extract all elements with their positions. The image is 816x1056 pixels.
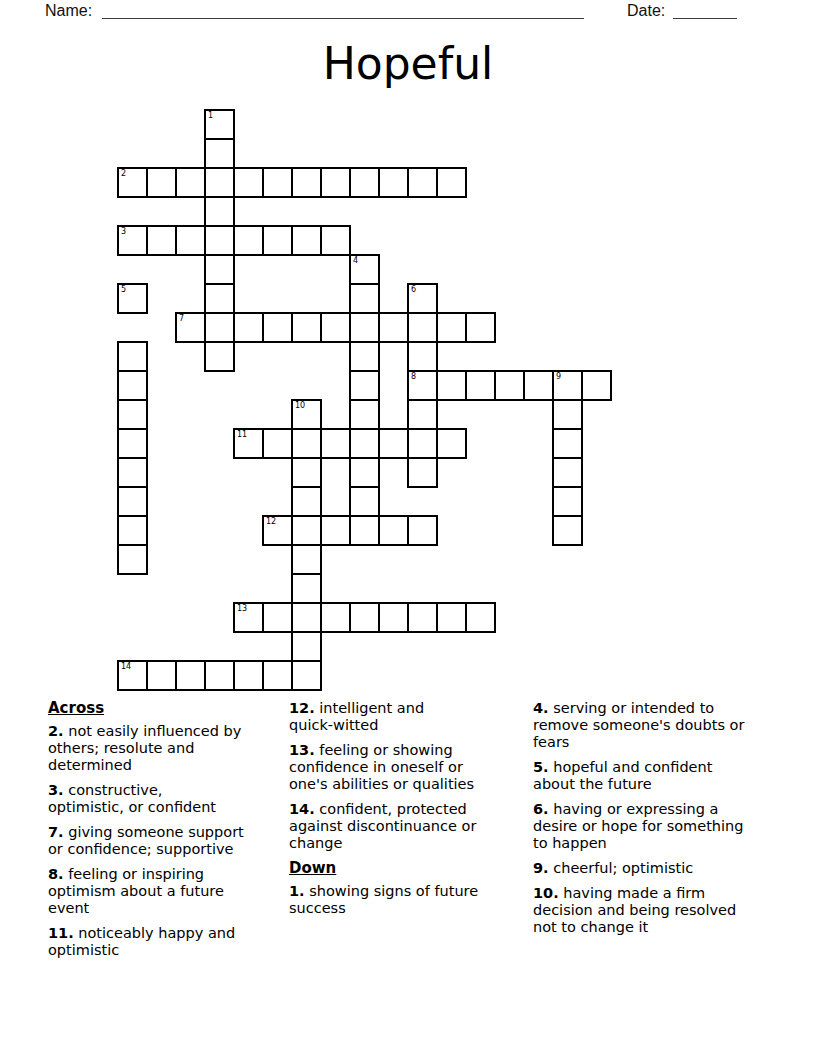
grid-cell-r2c0[interactable]: 2: [117, 167, 148, 198]
grid-cell-r17c5[interactable]: [262, 602, 293, 633]
grid-cell-r7c4[interactable]: [233, 312, 264, 343]
clue-text: having or expressing a desire or hope fo…: [533, 801, 743, 851]
grid-cell-r10c8[interactable]: [349, 399, 380, 430]
grid-cell-r2c8[interactable]: [349, 167, 380, 198]
clue-text: showing signs of future success: [289, 883, 478, 916]
grid-cell-r5c3[interactable]: [204, 254, 235, 285]
clue-text: feeling or inspiring optimism about a fu…: [48, 866, 224, 916]
clue-2: 2. not easily influenced by others; reso…: [48, 723, 286, 774]
clue-number-label: 3.: [48, 782, 64, 798]
clue-number-label: 8.: [48, 866, 64, 882]
grid-cell-r19c4[interactable]: [233, 660, 264, 691]
grid-cell-r8c0[interactable]: [117, 341, 148, 372]
grid-cell-r4c4[interactable]: [233, 225, 264, 256]
grid-cell-r17c6[interactable]: [291, 602, 322, 633]
clue-text: not easily influenced by others; resolut…: [48, 723, 241, 773]
grid-cell-r10c0[interactable]: [117, 399, 148, 430]
grid-cell-r6c8[interactable]: [349, 283, 380, 314]
clue-column-3: 4. serving or intended to remove someone…: [533, 700, 805, 944]
grid-cell-r9c11[interactable]: [436, 370, 467, 401]
grid-cell-r11c5[interactable]: [262, 428, 293, 459]
clue-number-label: 12.: [289, 700, 315, 716]
grid-cell-r7c2[interactable]: 7: [175, 312, 206, 343]
grid-cell-r17c12[interactable]: [465, 602, 496, 633]
clue-text: hopeful and confident about the future: [533, 759, 712, 792]
date-label: Date:: [627, 2, 665, 20]
clue-number-label: 13.: [289, 742, 315, 758]
grid-cell-r2c7[interactable]: [320, 167, 351, 198]
clue-3: 3. constructive, optimistic, or confiden…: [48, 782, 286, 816]
grid-cell-r11c6[interactable]: [291, 428, 322, 459]
grid-cell-r14c0[interactable]: [117, 515, 148, 546]
grid-clue-number-8: 8: [411, 372, 416, 382]
grid-cell-r4c3[interactable]: [204, 225, 235, 256]
grid-cell-r11c4[interactable]: 11: [233, 428, 264, 459]
clue-number-label: 9.: [533, 860, 549, 876]
grid-cell-r13c6[interactable]: [291, 486, 322, 517]
grid-cell-r19c5[interactable]: [262, 660, 293, 691]
grid-cell-r4c2[interactable]: [175, 225, 206, 256]
grid-cell-r4c0[interactable]: 3: [117, 225, 148, 256]
grid-clue-number-11: 11: [237, 430, 247, 440]
clue-7: 7. giving someone support or confidence;…: [48, 824, 286, 858]
grid-cell-r14c6[interactable]: [291, 515, 322, 546]
grid-cell-r19c0[interactable]: 14: [117, 660, 148, 691]
crossword-grid: 1234567891011121314: [117, 109, 612, 691]
clue-4: 4. serving or intended to remove someone…: [533, 700, 805, 751]
name-label: Name:: [45, 2, 92, 20]
grid-clue-number-14: 14: [121, 662, 131, 672]
grid-clue-number-3: 3: [121, 227, 126, 237]
grid-cell-r4c5[interactable]: [262, 225, 293, 256]
grid-cell-r9c13[interactable]: [494, 370, 525, 401]
grid-cell-r2c6[interactable]: [291, 167, 322, 198]
grid-cell-r9c0[interactable]: [117, 370, 148, 401]
grid-cell-r7c11[interactable]: [436, 312, 467, 343]
grid-clue-number-4: 4: [353, 256, 358, 266]
grid-cell-r10c10[interactable]: [407, 399, 438, 430]
grid-cell-r9c8[interactable]: [349, 370, 380, 401]
clue-number-label: 7.: [48, 824, 64, 840]
grid-cell-r2c1[interactable]: [146, 167, 177, 198]
grid-clue-number-6: 6: [411, 285, 416, 295]
grid-cell-r9c10[interactable]: 8: [407, 370, 438, 401]
clue-text: cheerful; optimistic: [553, 860, 693, 876]
grid-cell-r7c5[interactable]: [262, 312, 293, 343]
grid-cell-r11c7[interactable]: [320, 428, 351, 459]
grid-cell-r9c15[interactable]: 9: [552, 370, 583, 401]
clue-number-label: 5.: [533, 759, 549, 775]
grid-cell-r19c3[interactable]: [204, 660, 235, 691]
grid-cell-r12c10[interactable]: [407, 457, 438, 488]
grid-cell-r13c15[interactable]: [552, 486, 583, 517]
grid-cell-r4c6[interactable]: [291, 225, 322, 256]
grid-cell-r2c4[interactable]: [233, 167, 264, 198]
grid-clue-number-7: 7: [179, 314, 184, 324]
grid-cell-r12c8[interactable]: [349, 457, 380, 488]
clue-12: 12. intelligent and quick-witted: [289, 700, 529, 734]
grid-cell-r17c7[interactable]: [320, 602, 351, 633]
grid-cell-r10c15[interactable]: [552, 399, 583, 430]
grid-clue-number-2: 2: [121, 169, 126, 179]
grid-cell-r8c10[interactable]: [407, 341, 438, 372]
grid-clue-number-9: 9: [556, 372, 561, 382]
clue-6: 6. having or expressing a desire or hope…: [533, 801, 805, 852]
grid-cell-r17c8[interactable]: [349, 602, 380, 633]
grid-cell-r1c3[interactable]: [204, 138, 235, 169]
puzzle-title: Hopeful: [0, 38, 816, 89]
grid-cell-r16c6[interactable]: [291, 573, 322, 604]
grid-cell-r11c0[interactable]: [117, 428, 148, 459]
grid-cell-r7c9[interactable]: [378, 312, 409, 343]
grid-cell-r19c6[interactable]: [291, 660, 322, 691]
clue-number-label: 2.: [48, 723, 64, 739]
grid-cell-r12c15[interactable]: [552, 457, 583, 488]
grid-clue-number-5: 5: [121, 285, 126, 295]
clue-column-2: 12. intelligent and quick-witted13. feel…: [289, 700, 529, 925]
clue-5: 5. hopeful and confident about the futur…: [533, 759, 805, 793]
grid-cell-r13c8[interactable]: [349, 486, 380, 517]
grid-cell-r7c3[interactable]: [204, 312, 235, 343]
grid-cell-r5c8[interactable]: 4: [349, 254, 380, 285]
clue-number-label: 10.: [533, 885, 559, 901]
grid-cell-r7c12[interactable]: [465, 312, 496, 343]
grid-cell-r19c2[interactable]: [175, 660, 206, 691]
grid-cell-r2c3[interactable]: [204, 167, 235, 198]
clue-text: having made a firm decision and being re…: [533, 885, 736, 935]
clue-13: 13. feeling or showing confidence in one…: [289, 742, 529, 793]
grid-clue-number-13: 13: [237, 604, 247, 614]
grid-cell-r7c10[interactable]: [407, 312, 438, 343]
clue-text: giving someone support or confidence; su…: [48, 824, 244, 857]
grid-cell-r6c3[interactable]: [204, 283, 235, 314]
grid-cell-r0c3[interactable]: 1: [204, 109, 235, 140]
grid-cell-r17c10[interactable]: [407, 602, 438, 633]
grid-cell-r14c7[interactable]: [320, 515, 351, 546]
grid-cell-r12c6[interactable]: [291, 457, 322, 488]
grid-cell-r4c1[interactable]: [146, 225, 177, 256]
grid-cell-r2c5[interactable]: [262, 167, 293, 198]
clue-11: 11. noticeably happy and optimistic: [48, 925, 286, 959]
grid-cell-r14c10[interactable]: [407, 515, 438, 546]
grid-cell-r2c10[interactable]: [407, 167, 438, 198]
grid-cell-r14c15[interactable]: [552, 515, 583, 546]
clue-text: serving or intended to remove someone's …: [533, 700, 744, 750]
grid-cell-r13c0[interactable]: [117, 486, 148, 517]
grid-cell-r17c9[interactable]: [378, 602, 409, 633]
grid-cell-r11c10[interactable]: [407, 428, 438, 459]
clue-section-header-down: Down: [289, 860, 529, 877]
grid-cell-r2c11[interactable]: [436, 167, 467, 198]
grid-cell-r14c9[interactable]: [378, 515, 409, 546]
grid-cell-r10c6[interactable]: 10: [291, 399, 322, 430]
grid-cell-r2c2[interactable]: [175, 167, 206, 198]
grid-cell-r8c3[interactable]: [204, 341, 235, 372]
grid-cell-r12c0[interactable]: [117, 457, 148, 488]
clue-text: constructive, optimistic, or confident: [48, 782, 216, 815]
grid-cell-r7c6[interactable]: [291, 312, 322, 343]
grid-cell-r6c10[interactable]: 6: [407, 283, 438, 314]
grid-cell-r7c7[interactable]: [320, 312, 351, 343]
grid-cell-r18c6[interactable]: [291, 631, 322, 662]
clue-text: confident, protected against discontinua…: [289, 801, 476, 851]
grid-cell-r2c9[interactable]: [378, 167, 409, 198]
grid-cell-r11c15[interactable]: [552, 428, 583, 459]
grid-cell-r11c8[interactable]: [349, 428, 380, 459]
grid-cell-r14c8[interactable]: [349, 515, 380, 546]
grid-cell-r11c9[interactable]: [378, 428, 409, 459]
clue-9: 9. cheerful; optimistic: [533, 860, 805, 877]
grid-cell-r4c7[interactable]: [320, 225, 351, 256]
grid-cell-r15c0[interactable]: [117, 544, 148, 575]
clue-number-label: 14.: [289, 801, 315, 817]
grid-cell-r9c12[interactable]: [465, 370, 496, 401]
clue-10: 10. having made a firm decision and bein…: [533, 885, 805, 936]
clue-number-label: 1.: [289, 883, 305, 899]
grid-cell-r6c0[interactable]: 5: [117, 283, 148, 314]
grid-cell-r19c1[interactable]: [146, 660, 177, 691]
clue-1: 1. showing signs of future success: [289, 883, 529, 917]
clue-8: 8. feeling or inspiring optimism about a…: [48, 866, 286, 917]
grid-clue-number-10: 10: [295, 401, 305, 411]
name-fill-line[interactable]: [102, 2, 584, 19]
grid-cell-r9c16[interactable]: [581, 370, 612, 401]
grid-cell-r11c11[interactable]: [436, 428, 467, 459]
grid-clue-number-1: 1: [208, 111, 213, 121]
grid-cell-r17c4[interactable]: 13: [233, 602, 264, 633]
date-fill-line[interactable]: [673, 2, 737, 19]
clue-text: noticeably happy and optimistic: [48, 925, 235, 958]
grid-clue-number-12: 12: [266, 517, 276, 527]
grid-cell-r17c11[interactable]: [436, 602, 467, 633]
clue-column-1: Across2. not easily influenced by others…: [48, 700, 286, 967]
clue-section-header-across: Across: [48, 700, 286, 717]
grid-cell-r14c5[interactable]: 12: [262, 515, 293, 546]
grid-cell-r8c8[interactable]: [349, 341, 380, 372]
clue-14: 14. confident, protected against discont…: [289, 801, 529, 852]
grid-cell-r7c8[interactable]: [349, 312, 380, 343]
grid-cell-r3c3[interactable]: [204, 196, 235, 227]
clue-number-label: 4.: [533, 700, 549, 716]
clue-number-label: 11.: [48, 925, 74, 941]
clue-number-label: 6.: [533, 801, 549, 817]
clue-text: feeling or showing confidence in oneself…: [289, 742, 474, 792]
grid-cell-r9c14[interactable]: [523, 370, 554, 401]
grid-cell-r15c6[interactable]: [291, 544, 322, 575]
